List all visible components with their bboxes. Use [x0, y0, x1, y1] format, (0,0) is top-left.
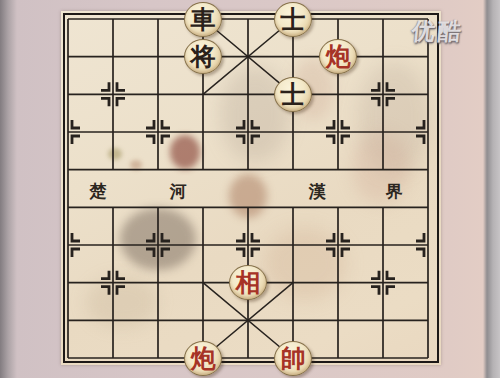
piece-red-general[interactable]: 帥	[274, 341, 312, 376]
piece-glyph: 炮	[185, 342, 221, 376]
piece-glyph: 士	[275, 78, 311, 112]
piece-black-advisor-1[interactable]: 士	[274, 2, 312, 37]
video-frame: 楚河漢界 車士将炮士相炮帥 优酷	[0, 0, 500, 378]
piece-glyph: 士	[275, 3, 311, 37]
piece-glyph: 車	[185, 3, 221, 37]
river-label: 界	[377, 180, 411, 203]
piece-red-cannon-1[interactable]: 炮	[319, 39, 357, 74]
piece-glyph: 相	[230, 266, 266, 300]
piece-red-elephant[interactable]: 相	[229, 265, 267, 300]
piece-black-general[interactable]: 将	[184, 39, 222, 74]
youku-watermark: 优酷	[411, 16, 494, 47]
piece-glyph: 帥	[275, 342, 311, 376]
river-label: 河	[161, 180, 195, 203]
piece-glyph: 将	[185, 40, 221, 74]
piece-black-chariot[interactable]: 車	[184, 2, 222, 37]
piece-glyph: 炮	[320, 40, 356, 74]
piece-red-cannon-2[interactable]: 炮	[184, 341, 222, 376]
piece-black-advisor-2[interactable]: 士	[274, 77, 312, 112]
river-label: 楚	[81, 180, 115, 203]
river-label: 漢	[300, 180, 334, 203]
